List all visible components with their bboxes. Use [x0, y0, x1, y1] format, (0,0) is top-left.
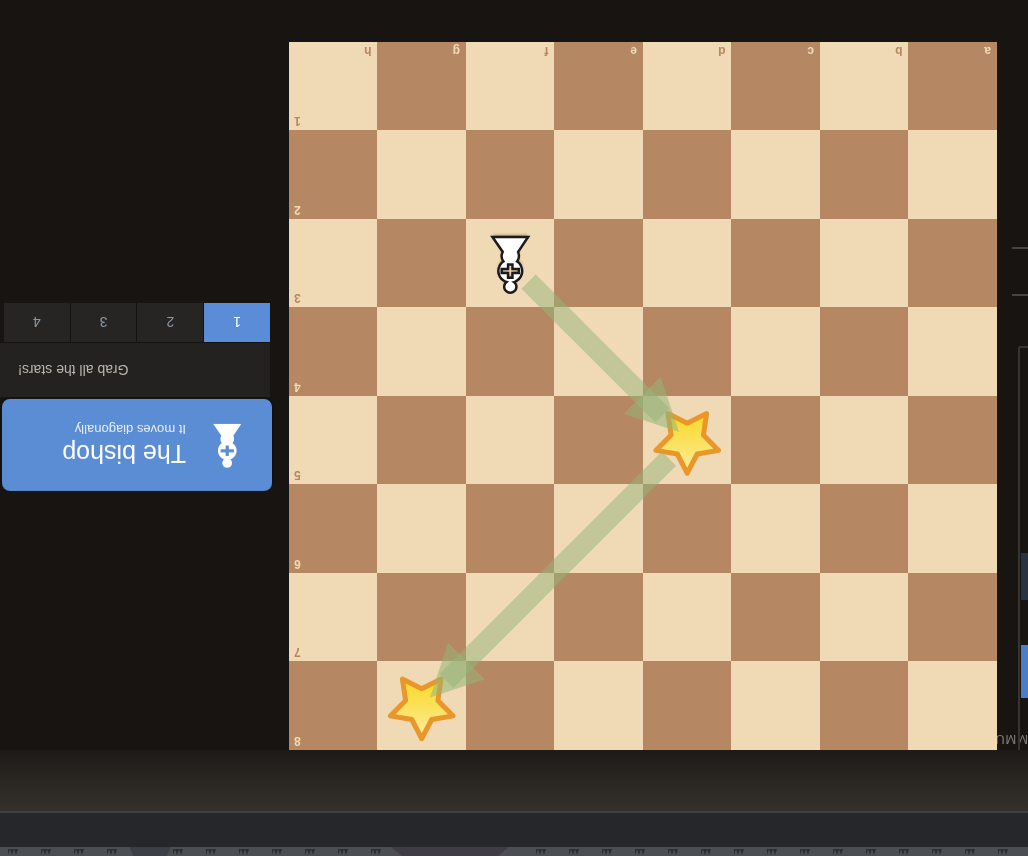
- square-f2[interactable]: [466, 131, 555, 220]
- coord-rank-4: 4: [294, 381, 301, 393]
- square-c8[interactable]: [732, 662, 821, 751]
- white-bishop-f3[interactable]: ♝: [466, 219, 555, 308]
- coord-rank-7: 7: [294, 647, 301, 659]
- coord-rank-1: 1: [294, 116, 301, 128]
- coord-file-e: e: [630, 45, 637, 57]
- tab-separator-mark: [305, 849, 315, 855]
- square-c1[interactable]: c: [732, 42, 821, 131]
- square-a7[interactable]: [909, 573, 998, 662]
- square-f6[interactable]: [466, 485, 555, 574]
- level-tab-3[interactable]: 3: [71, 303, 138, 342]
- square-d5[interactable]: [643, 396, 732, 485]
- site-navbar: MMUNITY TOOLS: [0, 750, 1028, 811]
- chrome-divider: [0, 811, 1028, 813]
- coord-file-a: a: [984, 45, 991, 57]
- square-g6[interactable]: [378, 485, 467, 574]
- level-tab-2[interactable]: 2: [138, 303, 205, 342]
- square-c2[interactable]: [732, 131, 821, 220]
- square-h4[interactable]: 4: [289, 308, 378, 397]
- square-d6[interactable]: [643, 485, 732, 574]
- square-b6[interactable]: [820, 485, 909, 574]
- lesson-text-block: The bishop It moves diagonally: [62, 422, 186, 468]
- lesson-title: The bishop: [62, 440, 186, 468]
- square-b1[interactable]: b: [820, 42, 909, 131]
- tab-separator-mark: [107, 849, 117, 855]
- level-tab-4[interactable]: 4: [4, 303, 71, 342]
- level-tab-1[interactable]: 1: [204, 303, 270, 342]
- tab-separator-mark: [866, 849, 876, 855]
- coord-rank-6: 6: [294, 558, 301, 570]
- square-a1[interactable]: a: [909, 42, 998, 131]
- square-f8[interactable]: [466, 662, 555, 751]
- sidebar-item-highlight-blue: [1021, 645, 1028, 698]
- square-g5[interactable]: [378, 396, 467, 485]
- coord-file-f: f: [545, 45, 549, 57]
- tab-separator-mark: [668, 849, 678, 855]
- tab-separator-mark: [206, 849, 216, 855]
- browser-tab-strip[interactable]: [0, 847, 1028, 856]
- sidebar-border-vertical: [1018, 347, 1020, 750]
- tab-separator-mark: [272, 849, 282, 855]
- square-d1[interactable]: d: [643, 42, 732, 131]
- square-e6[interactable]: [555, 485, 644, 574]
- square-e2[interactable]: [555, 131, 644, 220]
- square-g7[interactable]: [378, 573, 467, 662]
- coord-rank-2: 2: [294, 204, 301, 216]
- square-a5[interactable]: [909, 396, 998, 485]
- square-e8[interactable]: [555, 662, 644, 751]
- square-a3[interactable]: [909, 219, 998, 308]
- square-b2[interactable]: [820, 131, 909, 220]
- sidebar-border-corner: [1019, 346, 1028, 348]
- square-c7[interactable]: [732, 573, 821, 662]
- tab-separator-mark: [602, 849, 612, 855]
- screenshot-viewport: MMUNITY TOOLS 8765432abcdefgh1♝ ♝ The bi…: [0, 0, 1028, 856]
- square-c5[interactable]: [732, 396, 821, 485]
- square-g3[interactable]: [378, 219, 467, 308]
- sidebar-item-highlight-navy: [1021, 553, 1028, 600]
- tab-separator-mark: [173, 849, 183, 855]
- tab-separator-mark: [767, 849, 777, 855]
- coord-file-c: c: [807, 45, 814, 57]
- tab-separator-mark: [800, 849, 810, 855]
- browser-toolbar[interactable]: [0, 813, 1028, 847]
- tab-separator-mark: [932, 849, 942, 855]
- square-h5[interactable]: 5: [289, 396, 378, 485]
- coord-file-h: h: [364, 45, 371, 57]
- square-h1[interactable]: h1: [289, 42, 378, 131]
- square-e3[interactable]: [555, 219, 644, 308]
- sidebar-tick-2: [1012, 247, 1028, 249]
- tab-separator-mark: [734, 849, 744, 855]
- tab-separator-mark: [899, 849, 909, 855]
- tab-separator-mark: [74, 849, 84, 855]
- square-e1[interactable]: e: [555, 42, 644, 131]
- square-g4[interactable]: [378, 308, 467, 397]
- tab-separator-mark: [635, 849, 645, 855]
- coord-rank-8: 8: [294, 735, 301, 747]
- tab-separator-mark: [965, 849, 975, 855]
- chess-board[interactable]: 8765432abcdefgh1♝: [289, 42, 997, 750]
- coord-rank-5: 5: [294, 470, 301, 482]
- square-b8[interactable]: [820, 662, 909, 751]
- square-h3[interactable]: 3: [289, 219, 378, 308]
- lesson-subtitle: It moves diagonally: [62, 422, 186, 437]
- level-tabs: 1234: [4, 303, 270, 343]
- tab-separator-mark: [239, 849, 249, 855]
- tab-separator-mark: [998, 849, 1008, 855]
- goal-text: Grab all the stars!: [0, 362, 129, 378]
- square-b4[interactable]: [820, 308, 909, 397]
- square-g8[interactable]: [378, 662, 467, 751]
- tab-separator-mark: [569, 849, 579, 855]
- square-g2[interactable]: [378, 131, 467, 220]
- lesson-header-card: ♝ The bishop It moves diagonally: [2, 399, 272, 491]
- coord-file-b: b: [895, 45, 902, 57]
- tab-separator-mark: [371, 849, 381, 855]
- tab-separator-mark: [536, 849, 546, 855]
- square-e7[interactable]: [555, 573, 644, 662]
- square-a6[interactable]: [909, 485, 998, 574]
- square-f4[interactable]: [466, 308, 555, 397]
- square-d3[interactable]: [643, 219, 732, 308]
- square-d2[interactable]: [643, 131, 732, 220]
- goal-strip: Grab all the stars!: [0, 343, 270, 397]
- bishop-icon: ♝: [196, 414, 258, 476]
- square-h7[interactable]: 7: [289, 573, 378, 662]
- square-b7[interactable]: [820, 573, 909, 662]
- active-browser-tab-shape[interactable]: [129, 846, 171, 856]
- square-h2[interactable]: 2: [289, 131, 378, 220]
- square-a8[interactable]: [909, 662, 998, 751]
- square-a2[interactable]: [909, 131, 998, 220]
- square-d7[interactable]: [643, 573, 732, 662]
- square-a4[interactable]: [909, 308, 998, 397]
- square-f7[interactable]: [466, 573, 555, 662]
- coord-file-g: g: [453, 45, 460, 57]
- tab-separator-mark: [701, 849, 711, 855]
- square-h6[interactable]: 6: [289, 485, 378, 574]
- square-f1[interactable]: f: [466, 42, 555, 131]
- square-g1[interactable]: g: [378, 42, 467, 131]
- square-h8[interactable]: 8: [289, 662, 378, 751]
- square-f5[interactable]: [466, 396, 555, 485]
- tab-separator-mark: [833, 849, 843, 855]
- square-e5[interactable]: [555, 396, 644, 485]
- active-browser-tab-shape[interactable]: [390, 846, 510, 856]
- square-d8[interactable]: [643, 662, 732, 751]
- square-b5[interactable]: [820, 396, 909, 485]
- tab-separator-mark: [8, 849, 18, 855]
- square-d4[interactable]: [643, 308, 732, 397]
- coord-rank-3: 3: [294, 293, 301, 305]
- square-e4[interactable]: [555, 308, 644, 397]
- rotated-scene: MMUNITY TOOLS 8765432abcdefgh1♝ ♝ The bi…: [0, 0, 1028, 856]
- sidebar-tick-1: [1012, 294, 1028, 296]
- square-c4[interactable]: [732, 308, 821, 397]
- tab-separator-mark: [338, 849, 348, 855]
- square-b3[interactable]: [820, 219, 909, 308]
- coord-file-d: d: [718, 45, 725, 57]
- square-c3[interactable]: [732, 219, 821, 308]
- tab-separator-mark: [41, 849, 51, 855]
- square-c6[interactable]: [732, 485, 821, 574]
